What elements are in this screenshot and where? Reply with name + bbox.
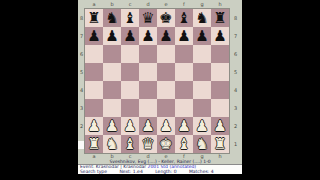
rank-label-3: 3 [229,99,242,117]
video-content-area: abcdefgh 87654321 87654321 abcdefgh ♜♞♝♛… [78,0,242,180]
length-label: Length: 0 [155,169,176,174]
square-h6[interactable] [211,45,229,63]
white-king: ♚ [159,137,172,152]
square-a3[interactable] [85,99,103,117]
square-c1[interactable]: ♝ [121,135,139,153]
square-a2[interactable]: ♟ [85,117,103,135]
square-h3[interactable] [211,99,229,117]
square-h5[interactable] [211,63,229,81]
file-label-c: c [121,0,139,9]
square-f6[interactable] [175,45,193,63]
black-pawn: ♟ [195,29,208,44]
next-move-label: Next: 1.e4 [119,169,142,174]
square-d7[interactable]: ♟ [139,27,157,45]
file-label-e: e [157,0,175,9]
black-pawn: ♟ [141,29,154,44]
white-pawn: ♟ [105,119,118,134]
square-f1[interactable]: ♝ [175,135,193,153]
square-d4[interactable] [139,81,157,99]
black-rook: ♜ [87,11,100,26]
chess-board: ♜♞♝♛♚♝♞♜♟♟♟♟♟♟♟♟♟♟♟♟♟♟♟♟♜♞♝♛♚♝♞♜ [85,9,229,153]
rank-label-8: 8 [78,9,85,27]
square-c4[interactable] [121,81,139,99]
white-knight: ♞ [195,137,208,152]
chess-board-frame: abcdefgh 87654321 87654321 abcdefgh ♜♞♝♛… [78,0,242,159]
square-b3[interactable] [103,99,121,117]
square-b8[interactable]: ♞ [103,9,121,27]
square-b2[interactable]: ♟ [103,117,121,135]
square-g1[interactable]: ♞ [193,135,211,153]
square-a5[interactable] [85,63,103,81]
square-d6[interactable] [139,45,157,63]
rank-label-3: 3 [78,99,85,117]
file-label-g: g [193,0,211,9]
square-g4[interactable] [193,81,211,99]
square-e1[interactable]: ♚ [157,135,175,153]
black-bishop: ♝ [123,11,136,26]
square-h4[interactable] [211,81,229,99]
square-d3[interactable] [139,99,157,117]
file-label-a: a [85,0,103,9]
rank-label-6: 6 [229,45,242,63]
square-e2[interactable]: ♟ [157,117,175,135]
square-h1[interactable]: ♜ [211,135,229,153]
square-b1[interactable]: ♞ [103,135,121,153]
square-e8[interactable]: ♚ [157,9,175,27]
square-d2[interactable]: ♟ [139,117,157,135]
square-a8[interactable]: ♜ [85,9,103,27]
square-h7[interactable]: ♟ [211,27,229,45]
square-a6[interactable] [85,45,103,63]
square-c7[interactable]: ♟ [121,27,139,45]
search-status-line: Search type Next: 1.e4 Length: 0 Matches… [80,170,240,175]
square-g3[interactable] [193,99,211,117]
search-type-label: Search type [80,169,107,174]
white-queen: ♛ [141,137,154,152]
black-knight: ♞ [195,11,208,26]
white-bishop: ♝ [123,137,136,152]
square-g7[interactable]: ♟ [193,27,211,45]
rank-label-7: 7 [229,27,242,45]
white-pawn: ♟ [213,119,226,134]
rank-label-4: 4 [229,81,242,99]
square-b7[interactable]: ♟ [103,27,121,45]
square-e7[interactable]: ♟ [157,27,175,45]
white-pawn: ♟ [87,119,100,134]
rank-labels-right: 87654321 [229,9,242,153]
square-g6[interactable] [193,45,211,63]
square-d1[interactable]: ♛ [139,135,157,153]
square-g2[interactable]: ♟ [193,117,211,135]
square-b4[interactable] [103,81,121,99]
white-knight: ♞ [105,137,118,152]
square-e6[interactable] [157,45,175,63]
game-info-box: Event: Krasnodar | Krasnodar 2001 Std (a… [78,164,242,174]
rank-label-6: 6 [78,45,85,63]
square-a1[interactable]: ♜ [85,135,103,153]
white-pawn: ♟ [195,119,208,134]
file-label-b: b [103,0,121,9]
rank-label-2: 2 [229,117,242,135]
black-pawn: ♟ [123,29,136,44]
rank-labels-left: 87654321 [78,9,85,153]
square-d5[interactable] [139,63,157,81]
edge-marker [78,141,84,149]
rank-label-7: 7 [78,27,85,45]
black-king: ♚ [159,11,172,26]
black-bishop: ♝ [177,11,190,26]
square-c3[interactable] [121,99,139,117]
square-f5[interactable] [175,63,193,81]
square-b5[interactable] [103,63,121,81]
square-g8[interactable]: ♞ [193,9,211,27]
rank-label-8: 8 [229,9,242,27]
square-f2[interactable]: ♟ [175,117,193,135]
square-h2[interactable]: ♟ [211,117,229,135]
square-c6[interactable] [121,45,139,63]
square-d8[interactable]: ♛ [139,9,157,27]
black-pawn: ♟ [159,29,172,44]
rank-label-4: 4 [78,81,85,99]
white-pawn: ♟ [177,119,190,134]
white-rook: ♜ [213,137,226,152]
square-a4[interactable] [85,81,103,99]
black-knight: ♞ [105,11,118,26]
black-pawn: ♟ [105,29,118,44]
file-labels-top: abcdefgh [85,0,229,9]
square-b6[interactable] [103,45,121,63]
square-c5[interactable] [121,63,139,81]
black-queen: ♛ [141,11,154,26]
square-e5[interactable] [157,63,175,81]
black-pawn: ♟ [213,29,226,44]
black-pawn: ♟ [87,29,100,44]
square-e4[interactable] [157,81,175,99]
rank-label-2: 2 [78,117,85,135]
file-label-f: f [175,0,193,9]
rank-label-5: 5 [229,63,242,81]
square-e3[interactable] [157,99,175,117]
square-h8[interactable]: ♜ [211,9,229,27]
file-label-d: d [139,0,157,9]
square-a7[interactable]: ♟ [85,27,103,45]
white-pawn: ♟ [141,119,154,134]
square-f7[interactable]: ♟ [175,27,193,45]
square-f4[interactable] [175,81,193,99]
black-pawn: ♟ [177,29,190,44]
square-f3[interactable] [175,99,193,117]
white-pawn: ♟ [159,119,172,134]
square-c8[interactable]: ♝ [121,9,139,27]
white-bishop: ♝ [177,137,190,152]
square-f8[interactable]: ♝ [175,9,193,27]
matches-label: Matches: 4 [189,169,214,174]
white-pawn: ♟ [123,119,136,134]
square-c2[interactable]: ♟ [121,117,139,135]
rank-label-1: 1 [229,135,242,153]
rank-label-5: 5 [78,63,85,81]
file-label-h: h [211,0,229,9]
square-g5[interactable] [193,63,211,81]
white-rook: ♜ [87,137,100,152]
black-rook: ♜ [213,11,226,26]
